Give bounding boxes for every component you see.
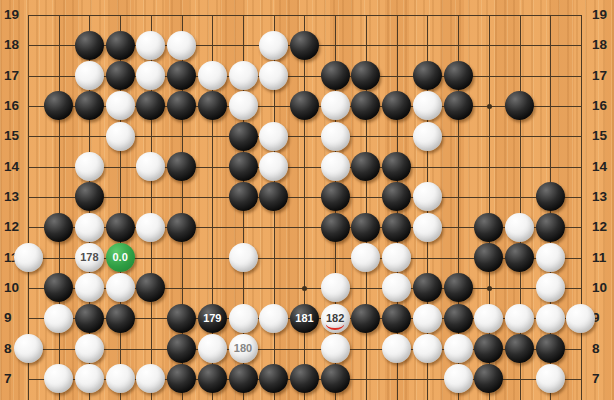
move-number-label: 0.0 bbox=[113, 252, 128, 263]
black-stone[interactable] bbox=[536, 182, 565, 211]
white-stone[interactable] bbox=[229, 304, 258, 333]
black-stone[interactable] bbox=[444, 273, 473, 302]
black-stone[interactable] bbox=[75, 31, 104, 60]
white-stone[interactable] bbox=[14, 334, 43, 363]
white-stone[interactable] bbox=[106, 91, 135, 120]
white-stone[interactable] bbox=[413, 213, 442, 242]
white-stone[interactable] bbox=[198, 334, 227, 363]
row-label-right: 13 bbox=[592, 190, 607, 204]
grid-line-horizontal bbox=[28, 197, 582, 198]
row-label-right: 7 bbox=[592, 372, 600, 386]
white-stone[interactable] bbox=[444, 334, 473, 363]
white-stone[interactable] bbox=[413, 304, 442, 333]
white-stone[interactable] bbox=[75, 213, 104, 242]
white-stone[interactable] bbox=[321, 91, 350, 120]
white-stone[interactable] bbox=[75, 61, 104, 90]
white-stone[interactable]: 178 bbox=[75, 243, 104, 272]
black-stone[interactable] bbox=[229, 364, 258, 393]
row-label-right: 19 bbox=[592, 8, 607, 22]
white-stone[interactable] bbox=[75, 152, 104, 181]
row-label-right: 15 bbox=[592, 129, 607, 143]
row-label-left: 14 bbox=[4, 160, 19, 174]
white-stone[interactable] bbox=[536, 364, 565, 393]
row-label-right: 14 bbox=[592, 160, 607, 174]
grid-line-horizontal bbox=[28, 15, 582, 16]
black-stone[interactable] bbox=[106, 304, 135, 333]
row-label-left: 13 bbox=[4, 190, 19, 204]
move-number-label: 178 bbox=[80, 252, 98, 263]
row-label-left: 10 bbox=[4, 281, 19, 295]
black-stone[interactable] bbox=[444, 91, 473, 120]
row-label-left: 19 bbox=[4, 8, 19, 22]
white-stone[interactable] bbox=[413, 122, 442, 151]
grid-line-vertical bbox=[304, 15, 305, 400]
black-stone[interactable] bbox=[106, 61, 135, 90]
row-label-right: 12 bbox=[592, 220, 607, 234]
row-label-right: 11 bbox=[592, 251, 606, 265]
white-stone[interactable] bbox=[106, 364, 135, 393]
black-stone[interactable] bbox=[413, 61, 442, 90]
black-stone[interactable] bbox=[444, 304, 473, 333]
white-stone[interactable] bbox=[536, 243, 565, 272]
move-number-label: 181 bbox=[295, 313, 313, 324]
black-stone[interactable] bbox=[167, 213, 196, 242]
row-label-right: 10 bbox=[592, 281, 607, 295]
row-label-left: 18 bbox=[4, 38, 19, 52]
white-stone[interactable] bbox=[321, 334, 350, 363]
star-point bbox=[487, 286, 492, 291]
white-stone[interactable] bbox=[474, 304, 503, 333]
black-stone[interactable] bbox=[536, 213, 565, 242]
black-stone[interactable] bbox=[321, 364, 350, 393]
red-arc-marker bbox=[326, 320, 345, 330]
white-stone[interactable] bbox=[321, 273, 350, 302]
black-stone[interactable] bbox=[229, 152, 258, 181]
white-stone[interactable] bbox=[167, 31, 196, 60]
black-stone[interactable] bbox=[321, 213, 350, 242]
row-label-left: 8 bbox=[4, 342, 12, 356]
black-stone[interactable] bbox=[351, 213, 380, 242]
white-stone[interactable]: 182 bbox=[321, 304, 350, 333]
white-stone[interactable] bbox=[505, 304, 534, 333]
row-label-right: 17 bbox=[592, 69, 607, 83]
black-stone[interactable]: 181 bbox=[290, 304, 319, 333]
row-label-left: 15 bbox=[4, 129, 19, 143]
black-stone[interactable] bbox=[229, 182, 258, 211]
black-stone[interactable] bbox=[536, 334, 565, 363]
move-number-label: 180 bbox=[234, 343, 252, 354]
black-stone[interactable] bbox=[321, 182, 350, 211]
star-point bbox=[487, 104, 492, 109]
white-stone[interactable] bbox=[44, 304, 73, 333]
white-stone[interactable] bbox=[106, 122, 135, 151]
black-stone[interactable] bbox=[167, 304, 196, 333]
white-stone[interactable] bbox=[259, 31, 288, 60]
grid-line-vertical bbox=[581, 15, 582, 400]
black-stone[interactable] bbox=[321, 61, 350, 90]
white-stone[interactable] bbox=[444, 364, 473, 393]
black-stone[interactable] bbox=[382, 304, 411, 333]
black-stone[interactable] bbox=[229, 122, 258, 151]
white-stone[interactable] bbox=[229, 91, 258, 120]
grid-line-horizontal bbox=[28, 167, 582, 168]
go-board-screenshot: 1919181817171616151514141313121211111010… bbox=[0, 0, 614, 400]
white-stone[interactable] bbox=[413, 334, 442, 363]
black-stone[interactable] bbox=[167, 334, 196, 363]
white-stone[interactable] bbox=[106, 273, 135, 302]
black-stone[interactable] bbox=[106, 213, 135, 242]
black-stone[interactable] bbox=[382, 213, 411, 242]
black-stone[interactable] bbox=[351, 304, 380, 333]
white-stone[interactable] bbox=[259, 304, 288, 333]
black-stone[interactable] bbox=[444, 61, 473, 90]
row-label-right: 18 bbox=[592, 38, 607, 52]
white-stone[interactable] bbox=[14, 243, 43, 272]
white-stone[interactable] bbox=[536, 273, 565, 302]
white-stone[interactable] bbox=[229, 61, 258, 90]
row-label-right: 16 bbox=[592, 99, 607, 113]
white-stone[interactable] bbox=[321, 122, 350, 151]
row-label-left: 17 bbox=[4, 69, 19, 83]
black-stone[interactable] bbox=[505, 243, 534, 272]
white-stone[interactable] bbox=[75, 334, 104, 363]
black-stone[interactable] bbox=[106, 31, 135, 60]
row-label-right: 8 bbox=[592, 342, 600, 356]
row-label-left: 9 bbox=[4, 311, 12, 325]
row-label-left: 12 bbox=[4, 220, 19, 234]
move-number-label: 179 bbox=[203, 313, 221, 324]
black-stone[interactable] bbox=[75, 304, 104, 333]
white-stone[interactable] bbox=[229, 243, 258, 272]
white-stone[interactable] bbox=[198, 61, 227, 90]
white-stone[interactable] bbox=[321, 152, 350, 181]
green-eval-stone[interactable]: 0.0 bbox=[106, 243, 135, 272]
white-stone[interactable] bbox=[136, 31, 165, 60]
row-label-left: 16 bbox=[4, 99, 19, 113]
white-stone[interactable]: 180 bbox=[229, 334, 258, 363]
white-stone[interactable] bbox=[536, 304, 565, 333]
grid-line-vertical bbox=[59, 15, 60, 400]
black-stone[interactable] bbox=[44, 213, 73, 242]
white-stone[interactable] bbox=[505, 213, 534, 242]
black-stone[interactable] bbox=[474, 213, 503, 242]
row-label-left: 7 bbox=[4, 372, 12, 386]
white-stone[interactable] bbox=[136, 213, 165, 242]
black-stone[interactable]: 179 bbox=[198, 304, 227, 333]
black-stone[interactable] bbox=[290, 31, 319, 60]
white-stone[interactable] bbox=[259, 122, 288, 151]
black-stone[interactable] bbox=[505, 334, 534, 363]
